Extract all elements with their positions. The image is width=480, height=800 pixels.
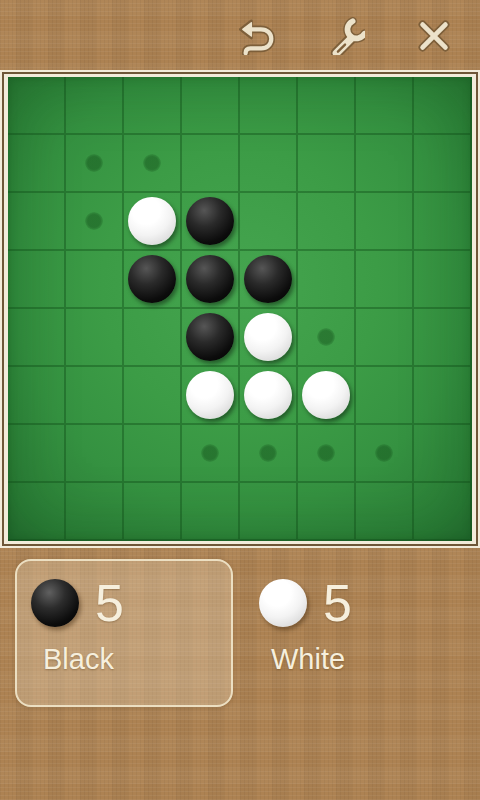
black-score-row: 5 bbox=[31, 577, 231, 629]
board-cell-d1[interactable] bbox=[182, 77, 240, 135]
board-cell-g8[interactable] bbox=[356, 483, 414, 541]
board-cell-g2[interactable] bbox=[356, 135, 414, 193]
board-cell-d5[interactable] bbox=[182, 309, 240, 367]
board-frame bbox=[2, 72, 478, 546]
black-disc bbox=[186, 313, 234, 361]
black-disc-icon bbox=[31, 579, 79, 627]
board-cell-h1[interactable] bbox=[414, 77, 472, 135]
legal-move-hint[interactable] bbox=[201, 444, 219, 462]
board-cell-b1[interactable] bbox=[66, 77, 124, 135]
board-cell-f3[interactable] bbox=[298, 193, 356, 251]
board-cell-f2[interactable] bbox=[298, 135, 356, 193]
board-cell-f4[interactable] bbox=[298, 251, 356, 309]
board-cell-f1[interactable] bbox=[298, 77, 356, 135]
board-cell-d8[interactable] bbox=[182, 483, 240, 541]
legal-move-hint[interactable] bbox=[85, 212, 103, 230]
board-cell-d2[interactable] bbox=[182, 135, 240, 193]
board-cell-f8[interactable] bbox=[298, 483, 356, 541]
white-score-card: 5 White bbox=[243, 559, 461, 707]
board-cell-e5[interactable] bbox=[240, 309, 298, 367]
board-cell-e2[interactable] bbox=[240, 135, 298, 193]
board-cell-h5[interactable] bbox=[414, 309, 472, 367]
board-cell-c6[interactable] bbox=[124, 367, 182, 425]
legal-move-hint[interactable] bbox=[143, 154, 161, 172]
black-disc bbox=[128, 255, 176, 303]
board-cell-d4[interactable] bbox=[182, 251, 240, 309]
board-cell-b7[interactable] bbox=[66, 425, 124, 483]
board-cell-a7[interactable] bbox=[8, 425, 66, 483]
white-disc bbox=[128, 197, 176, 245]
black-disc bbox=[186, 255, 234, 303]
white-score-row: 5 bbox=[259, 577, 459, 629]
scoreboard: 5 Black 5 White bbox=[15, 559, 480, 707]
board-cell-h2[interactable] bbox=[414, 135, 472, 193]
board-cell-g4[interactable] bbox=[356, 251, 414, 309]
close-button[interactable] bbox=[414, 16, 454, 56]
board-cell-a1[interactable] bbox=[8, 77, 66, 135]
board-cell-d3[interactable] bbox=[182, 193, 240, 251]
white-disc bbox=[244, 371, 292, 419]
board-cell-a6[interactable] bbox=[8, 367, 66, 425]
board-cell-a8[interactable] bbox=[8, 483, 66, 541]
legal-move-hint[interactable] bbox=[375, 444, 393, 462]
board-cell-e7[interactable] bbox=[240, 425, 298, 483]
board-cell-h6[interactable] bbox=[414, 367, 472, 425]
white-disc-icon bbox=[259, 579, 307, 627]
legal-move-hint[interactable] bbox=[85, 154, 103, 172]
white-score: 5 bbox=[323, 577, 352, 629]
board-cell-h3[interactable] bbox=[414, 193, 472, 251]
white-label: White bbox=[271, 643, 459, 676]
board-cell-e3[interactable] bbox=[240, 193, 298, 251]
board-cell-b2[interactable] bbox=[66, 135, 124, 193]
board-cell-e6[interactable] bbox=[240, 367, 298, 425]
othello-app-screen: 5 Black 5 White bbox=[0, 0, 480, 800]
othello-board[interactable] bbox=[8, 77, 472, 541]
board-cell-h4[interactable] bbox=[414, 251, 472, 309]
board-cell-g3[interactable] bbox=[356, 193, 414, 251]
board-cell-d7[interactable] bbox=[182, 425, 240, 483]
legal-move-hint[interactable] bbox=[317, 328, 335, 346]
settings-button[interactable] bbox=[326, 16, 366, 56]
board-cell-g7[interactable] bbox=[356, 425, 414, 483]
white-disc bbox=[302, 371, 350, 419]
board-cell-a5[interactable] bbox=[8, 309, 66, 367]
white-disc bbox=[186, 371, 234, 419]
white-disc bbox=[244, 313, 292, 361]
board-cell-c7[interactable] bbox=[124, 425, 182, 483]
board-cell-a3[interactable] bbox=[8, 193, 66, 251]
board-cell-f6[interactable] bbox=[298, 367, 356, 425]
board-cell-b8[interactable] bbox=[66, 483, 124, 541]
board-cell-g1[interactable] bbox=[356, 77, 414, 135]
black-disc bbox=[186, 197, 234, 245]
board-cell-d6[interactable] bbox=[182, 367, 240, 425]
board-cell-g6[interactable] bbox=[356, 367, 414, 425]
board-cell-e8[interactable] bbox=[240, 483, 298, 541]
black-score: 5 bbox=[95, 577, 124, 629]
undo-icon bbox=[239, 17, 277, 55]
black-disc bbox=[244, 255, 292, 303]
undo-button[interactable] bbox=[238, 16, 278, 56]
board-cell-a2[interactable] bbox=[8, 135, 66, 193]
board-cell-b4[interactable] bbox=[66, 251, 124, 309]
board-cell-b6[interactable] bbox=[66, 367, 124, 425]
board-cell-f7[interactable] bbox=[298, 425, 356, 483]
board-cell-c8[interactable] bbox=[124, 483, 182, 541]
board-cell-c2[interactable] bbox=[124, 135, 182, 193]
board-cell-f5[interactable] bbox=[298, 309, 356, 367]
legal-move-hint[interactable] bbox=[317, 444, 335, 462]
black-label: Black bbox=[43, 643, 231, 676]
board-cell-e4[interactable] bbox=[240, 251, 298, 309]
board-cell-c3[interactable] bbox=[124, 193, 182, 251]
board-cell-h8[interactable] bbox=[414, 483, 472, 541]
close-icon bbox=[415, 17, 453, 55]
board-cell-c5[interactable] bbox=[124, 309, 182, 367]
wrench-icon bbox=[327, 17, 365, 55]
board-cell-a4[interactable] bbox=[8, 251, 66, 309]
board-cell-e1[interactable] bbox=[240, 77, 298, 135]
board-cell-g5[interactable] bbox=[356, 309, 414, 367]
board-cell-b3[interactable] bbox=[66, 193, 124, 251]
board-cell-c4[interactable] bbox=[124, 251, 182, 309]
board-cell-b5[interactable] bbox=[66, 309, 124, 367]
toolbar bbox=[0, 0, 480, 72]
black-score-card: 5 Black bbox=[15, 559, 233, 707]
board-cell-c1[interactable] bbox=[124, 77, 182, 135]
board-cell-h7[interactable] bbox=[414, 425, 472, 483]
legal-move-hint[interactable] bbox=[259, 444, 277, 462]
